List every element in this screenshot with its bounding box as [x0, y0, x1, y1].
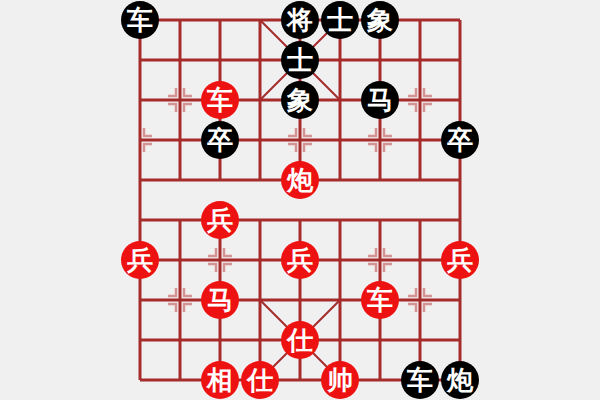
black-elephant[interactable]: 象 — [281, 81, 319, 119]
red-soldier[interactable]: 兵 — [201, 201, 239, 239]
black-chariot[interactable]: 车 — [401, 361, 439, 399]
black-cannon[interactable]: 炮 — [441, 361, 479, 399]
black-elephant[interactable]: 象 — [361, 1, 399, 39]
black-soldier[interactable]: 卒 — [441, 121, 479, 159]
black-advisor[interactable]: 士 — [281, 41, 319, 79]
red-advisor[interactable]: 仕 — [241, 361, 279, 399]
red-cannon[interactable]: 炮 — [281, 161, 319, 199]
black-horse[interactable]: 马 — [361, 81, 399, 119]
board-grid[interactable]: 车将士象士象马卒卒车炮兵兵兵兵马车仕相仕帅车炮 — [120, 0, 480, 400]
red-soldier[interactable]: 兵 — [281, 241, 319, 279]
black-soldier[interactable]: 卒 — [201, 121, 239, 159]
red-general[interactable]: 帅 — [321, 361, 359, 399]
red-advisor[interactable]: 仕 — [281, 321, 319, 359]
black-chariot[interactable]: 车 — [121, 1, 159, 39]
red-chariot[interactable]: 车 — [201, 81, 239, 119]
red-soldier[interactable]: 兵 — [121, 241, 159, 279]
black-advisor[interactable]: 士 — [321, 1, 359, 39]
black-general[interactable]: 将 — [281, 1, 319, 39]
xiangqi-screen: 车将士象士象马卒卒车炮兵兵兵兵马车仕相仕帅车炮 — [0, 0, 600, 400]
red-horse[interactable]: 马 — [201, 281, 239, 319]
red-soldier[interactable]: 兵 — [441, 241, 479, 279]
red-chariot[interactable]: 车 — [361, 281, 399, 319]
red-elephant[interactable]: 相 — [201, 361, 239, 399]
